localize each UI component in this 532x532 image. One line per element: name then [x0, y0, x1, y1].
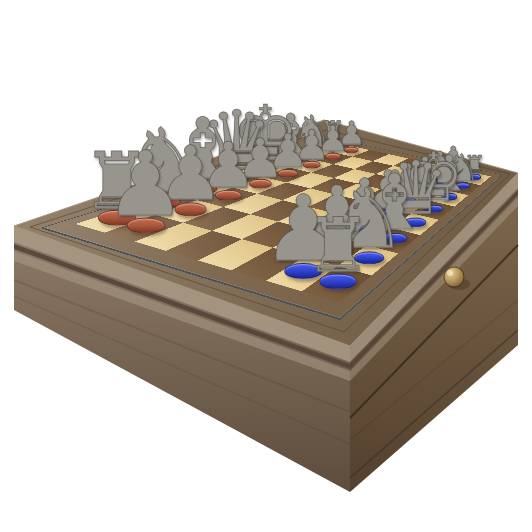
piece-base-red	[127, 218, 165, 234]
chess-set-photo: ♜♞♝♛♚♝♞♜♟♟♟♟♟♟♟♟♟♟♟♟♟♟♟♟♜♞♝♛♚♝♞♜	[0, 0, 532, 532]
piece-glyph-p: ♟	[105, 143, 185, 225]
piece-base-blue	[320, 274, 357, 289]
pieces-layer: ♜♞♝♛♚♝♞♜♟♟♟♟♟♟♟♟♟♟♟♟♟♟♟♟♜♞♝♛♚♝♞♜	[0, 0, 532, 532]
piece-black-p-a7[interactable]: ♟	[105, 143, 185, 234]
piece-white-r-a1[interactable]: ♜	[305, 212, 372, 289]
piece-glyph-r: ♜	[305, 212, 372, 281]
